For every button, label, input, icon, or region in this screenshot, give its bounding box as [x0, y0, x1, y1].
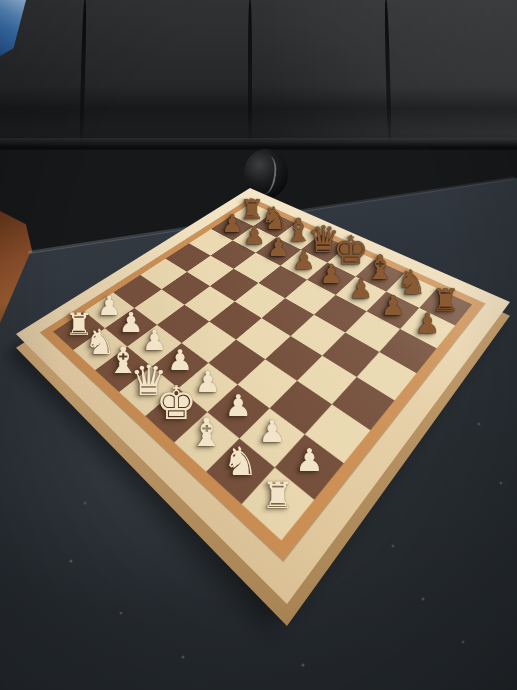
- piece-black-pawn-a7[interactable]: ♟: [221, 212, 243, 237]
- sofa-crease: [0, 86, 517, 132]
- piece-black-pawn-g7[interactable]: ♟: [381, 292, 406, 320]
- piece-white-pawn-b2[interactable]: ♟: [119, 309, 144, 336]
- piece-white-pawn-e2[interactable]: ♟: [195, 368, 221, 397]
- piece-black-pawn-d7[interactable]: ♟: [292, 248, 315, 274]
- piece-white-pawn-h2[interactable]: ♟: [295, 445, 323, 476]
- dust-specks: [0, 0, 2, 2]
- sofa-seam: [248, 0, 252, 152]
- scene: ♜♞♝♛♚♝♞♜♟♟♟♟♟♟♟♟♟♟♟♟♟♟♟♟♜♞♝♛♚♝♞♜: [0, 0, 517, 690]
- piece-white-pawn-d2[interactable]: ♟: [167, 346, 193, 375]
- piece-white-rook-h1[interactable]: ♜: [262, 477, 295, 513]
- piece-white-pawn-c2[interactable]: ♟: [142, 327, 167, 355]
- piece-white-pawn-g2[interactable]: ♟: [258, 417, 285, 448]
- piece-white-knight-g1[interactable]: ♞: [223, 442, 258, 482]
- piece-black-pawn-b7[interactable]: ♟: [243, 223, 266, 248]
- piece-black-pawn-e7[interactable]: ♟: [320, 261, 344, 287]
- piece-white-pawn-f2[interactable]: ♟: [225, 391, 252, 421]
- piece-white-bishop-f1[interactable]: ♝: [189, 413, 224, 452]
- piece-black-pawn-f7[interactable]: ♟: [349, 276, 373, 303]
- sofa-background: [0, 0, 517, 165]
- piece-black-pawn-c7[interactable]: ♟: [267, 235, 290, 261]
- piece-black-pawn-h7[interactable]: ♟: [415, 309, 440, 337]
